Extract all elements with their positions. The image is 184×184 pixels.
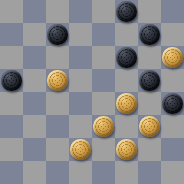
black-man[interactable] bbox=[47, 24, 68, 45]
light-square-r1c7 bbox=[138, 0, 161, 23]
dark-square-32[interactable] bbox=[138, 161, 161, 184]
dark-square-25[interactable] bbox=[23, 138, 46, 161]
dark-square-5[interactable] bbox=[0, 23, 23, 46]
dark-square-23[interactable] bbox=[92, 115, 115, 138]
black-man[interactable] bbox=[139, 24, 160, 45]
dark-square-2[interactable] bbox=[69, 0, 92, 23]
dark-square-29[interactable] bbox=[0, 161, 23, 184]
dark-square-27[interactable] bbox=[115, 138, 138, 161]
dark-square-24[interactable] bbox=[138, 115, 161, 138]
light-square-r3c3 bbox=[46, 46, 69, 69]
dark-square-4[interactable] bbox=[161, 0, 184, 23]
light-square-r8c4 bbox=[69, 161, 92, 184]
dark-square-20[interactable] bbox=[161, 92, 184, 115]
black-man[interactable] bbox=[116, 1, 137, 22]
dark-square-17[interactable] bbox=[23, 92, 46, 115]
light-square-r2c4 bbox=[69, 23, 92, 46]
light-square-r7c1 bbox=[0, 138, 23, 161]
dark-square-16[interactable] bbox=[138, 69, 161, 92]
light-square-r6c2 bbox=[23, 115, 46, 138]
gold-man[interactable] bbox=[116, 139, 137, 160]
light-square-r2c6 bbox=[115, 23, 138, 46]
gold-man[interactable] bbox=[162, 47, 183, 68]
light-square-r5c3 bbox=[46, 92, 69, 115]
dark-square-26[interactable] bbox=[69, 138, 92, 161]
light-square-r5c1 bbox=[0, 92, 23, 115]
dark-square-19[interactable] bbox=[115, 92, 138, 115]
light-square-r4c8 bbox=[161, 69, 184, 92]
gold-man[interactable] bbox=[93, 116, 114, 137]
light-square-r6c6 bbox=[115, 115, 138, 138]
dark-square-11[interactable] bbox=[115, 46, 138, 69]
light-square-r1c1 bbox=[0, 0, 23, 23]
gold-man[interactable] bbox=[70, 139, 91, 160]
light-square-r3c5 bbox=[92, 46, 115, 69]
light-square-r4c6 bbox=[115, 69, 138, 92]
light-square-r4c2 bbox=[23, 69, 46, 92]
light-square-r1c5 bbox=[92, 0, 115, 23]
dark-square-1[interactable] bbox=[23, 0, 46, 23]
light-square-r5c7 bbox=[138, 92, 161, 115]
black-man[interactable] bbox=[162, 93, 183, 114]
dark-square-13[interactable] bbox=[0, 69, 23, 92]
dark-square-8[interactable] bbox=[138, 23, 161, 46]
dark-square-21[interactable] bbox=[0, 115, 23, 138]
light-square-r7c5 bbox=[92, 138, 115, 161]
black-man[interactable] bbox=[116, 47, 137, 68]
dark-square-14[interactable] bbox=[46, 69, 69, 92]
light-square-r6c8 bbox=[161, 115, 184, 138]
dark-square-3[interactable] bbox=[115, 0, 138, 23]
gold-man[interactable] bbox=[139, 116, 160, 137]
light-square-r8c8 bbox=[161, 161, 184, 184]
dark-square-10[interactable] bbox=[69, 46, 92, 69]
light-square-r3c7 bbox=[138, 46, 161, 69]
light-square-r8c2 bbox=[23, 161, 46, 184]
black-man[interactable] bbox=[1, 70, 22, 91]
dark-square-15[interactable] bbox=[92, 69, 115, 92]
dark-square-22[interactable] bbox=[46, 115, 69, 138]
light-square-r7c7 bbox=[138, 138, 161, 161]
gold-man[interactable] bbox=[116, 93, 137, 114]
dark-square-31[interactable] bbox=[92, 161, 115, 184]
light-square-r5c5 bbox=[92, 92, 115, 115]
dark-square-12[interactable] bbox=[161, 46, 184, 69]
gold-man[interactable] bbox=[47, 70, 68, 91]
light-square-r6c4 bbox=[69, 115, 92, 138]
light-square-r4c4 bbox=[69, 69, 92, 92]
dark-square-6[interactable] bbox=[46, 23, 69, 46]
light-square-r2c2 bbox=[23, 23, 46, 46]
checkers-board bbox=[0, 0, 184, 184]
dark-square-28[interactable] bbox=[161, 138, 184, 161]
dark-square-7[interactable] bbox=[92, 23, 115, 46]
dark-square-30[interactable] bbox=[46, 161, 69, 184]
light-square-r1c3 bbox=[46, 0, 69, 23]
light-square-r8c6 bbox=[115, 161, 138, 184]
light-square-r3c1 bbox=[0, 46, 23, 69]
light-square-r2c8 bbox=[161, 23, 184, 46]
dark-square-9[interactable] bbox=[23, 46, 46, 69]
dark-square-18[interactable] bbox=[69, 92, 92, 115]
light-square-r7c3 bbox=[46, 138, 69, 161]
black-man[interactable] bbox=[139, 70, 160, 91]
